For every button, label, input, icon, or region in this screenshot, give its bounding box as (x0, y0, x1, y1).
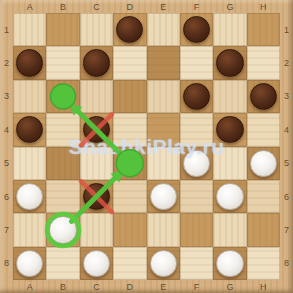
square-e6[interactable] (147, 180, 180, 213)
white-man-a6[interactable] (16, 183, 43, 210)
file-label-b: B (46, 0, 79, 13)
file-label-h: H (247, 0, 280, 13)
square-g7[interactable] (213, 213, 246, 246)
square-d5[interactable] (113, 147, 146, 180)
square-a3[interactable] (13, 80, 46, 113)
square-b3[interactable] (46, 80, 79, 113)
square-c5[interactable] (80, 147, 113, 180)
square-c8[interactable] (80, 247, 113, 280)
rank-labels-left: 12345678 (0, 13, 13, 280)
black-man-h3[interactable] (250, 83, 277, 110)
square-b8[interactable] (46, 247, 79, 280)
square-d6[interactable] (113, 180, 146, 213)
file-labels-bottom: ABCDEFGH (13, 280, 280, 293)
square-c2[interactable] (80, 46, 113, 79)
square-g3[interactable] (213, 80, 246, 113)
file-label-c: C (80, 0, 113, 13)
rank-label-7: 7 (0, 213, 13, 246)
square-b1[interactable] (46, 13, 79, 46)
square-a1[interactable] (13, 13, 46, 46)
square-c3[interactable] (80, 80, 113, 113)
square-h3[interactable] (247, 80, 280, 113)
rank-label-4: 4 (0, 113, 13, 146)
white-man-a8[interactable] (16, 250, 43, 277)
white-man-e6[interactable] (150, 183, 177, 210)
file-label-d: D (113, 280, 146, 293)
rank-label-2: 2 (0, 46, 13, 79)
square-d7[interactable] (113, 213, 146, 246)
file-label-e: E (147, 0, 180, 13)
square-c4[interactable] (80, 113, 113, 146)
file-label-a: A (13, 0, 46, 13)
black-man-f3[interactable] (183, 83, 210, 110)
square-c7[interactable] (80, 213, 113, 246)
square-a7[interactable] (13, 213, 46, 246)
square-b7[interactable] (46, 213, 79, 246)
black-man-d1[interactable] (116, 16, 143, 43)
square-f7[interactable] (180, 213, 213, 246)
file-label-f: F (180, 280, 213, 293)
white-man-c8[interactable] (83, 250, 110, 277)
white-man-g6[interactable] (216, 183, 243, 210)
square-h6[interactable] (247, 180, 280, 213)
square-f2[interactable] (180, 46, 213, 79)
white-man-g8[interactable] (216, 250, 243, 277)
square-a6[interactable] (13, 180, 46, 213)
square-g5[interactable] (213, 147, 246, 180)
square-h8[interactable] (247, 247, 280, 280)
square-e1[interactable] (147, 13, 180, 46)
square-a8[interactable] (13, 247, 46, 280)
square-e5[interactable] (147, 147, 180, 180)
square-f3[interactable] (180, 80, 213, 113)
square-d4[interactable] (113, 113, 146, 146)
white-man-e8[interactable] (150, 250, 177, 277)
square-a5[interactable] (13, 147, 46, 180)
square-g8[interactable] (213, 247, 246, 280)
square-b5[interactable] (46, 147, 79, 180)
black-man-f1[interactable] (183, 16, 210, 43)
rank-label-1: 1 (0, 13, 13, 46)
square-h5[interactable] (247, 147, 280, 180)
square-b4[interactable] (46, 113, 79, 146)
square-g4[interactable] (213, 113, 246, 146)
square-f4[interactable] (180, 113, 213, 146)
square-b2[interactable] (46, 46, 79, 79)
file-labels-top: ABCDEFGH (13, 0, 280, 13)
square-h2[interactable] (247, 46, 280, 79)
square-h1[interactable] (247, 13, 280, 46)
square-g6[interactable] (213, 180, 246, 213)
rank-label-6: 6 (280, 180, 293, 213)
rank-label-7: 7 (280, 213, 293, 246)
file-label-g: G (213, 0, 246, 13)
square-c6[interactable] (80, 180, 113, 213)
file-label-a: A (13, 280, 46, 293)
square-h7[interactable] (247, 213, 280, 246)
black-man-a4[interactable] (16, 116, 43, 143)
file-label-g: G (213, 280, 246, 293)
rank-label-6: 6 (0, 180, 13, 213)
rank-label-1: 1 (280, 13, 293, 46)
file-label-e: E (147, 280, 180, 293)
square-f1[interactable] (180, 13, 213, 46)
square-e4[interactable] (147, 113, 180, 146)
file-label-h: H (247, 280, 280, 293)
square-f8[interactable] (180, 247, 213, 280)
rank-label-4: 4 (280, 113, 293, 146)
square-d1[interactable] (113, 13, 146, 46)
square-e3[interactable] (147, 80, 180, 113)
rank-label-3: 3 (280, 80, 293, 113)
checkers-board-frame: ABCDEFGH ABCDEFGH 12345678 12345678 Shas… (0, 0, 293, 293)
rank-label-8: 8 (0, 247, 13, 280)
square-f5[interactable] (180, 147, 213, 180)
square-d8[interactable] (113, 247, 146, 280)
file-label-f: F (180, 0, 213, 13)
square-e2[interactable] (147, 46, 180, 79)
white-man-b7[interactable] (49, 216, 76, 243)
square-f6[interactable] (180, 180, 213, 213)
square-g1[interactable] (213, 13, 246, 46)
square-e7[interactable] (147, 213, 180, 246)
black-man-a2[interactable] (16, 49, 43, 76)
square-a4[interactable] (13, 113, 46, 146)
white-man-f5[interactable] (183, 150, 210, 177)
square-d2[interactable] (113, 46, 146, 79)
square-e8[interactable] (147, 247, 180, 280)
rank-labels-right: 12345678 (280, 13, 293, 280)
rank-label-3: 3 (0, 80, 13, 113)
square-h4[interactable] (247, 113, 280, 146)
black-man-c2[interactable] (83, 49, 110, 76)
file-label-b: B (46, 280, 79, 293)
rank-label-5: 5 (280, 147, 293, 180)
board-grid (13, 13, 280, 280)
white-man-h5[interactable] (250, 150, 277, 177)
square-c1[interactable] (80, 13, 113, 46)
rank-label-8: 8 (280, 247, 293, 280)
black-man-c6[interactable] (83, 183, 110, 210)
rank-label-5: 5 (0, 147, 13, 180)
square-d3[interactable] (113, 80, 146, 113)
square-b6[interactable] (46, 180, 79, 213)
black-man-c4[interactable] (83, 116, 110, 143)
rank-label-2: 2 (280, 46, 293, 79)
file-label-d: D (113, 0, 146, 13)
square-g2[interactable] (213, 46, 246, 79)
black-man-g2[interactable] (216, 49, 243, 76)
square-a2[interactable] (13, 46, 46, 79)
file-label-c: C (80, 280, 113, 293)
black-man-g4[interactable] (216, 116, 243, 143)
